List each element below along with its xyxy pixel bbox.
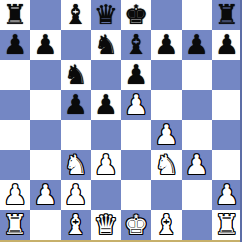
square-c7[interactable] bbox=[61, 30, 91, 60]
piece-white-pawn: ♟ bbox=[154, 121, 178, 148]
piece-black-king: ♚ bbox=[124, 1, 148, 28]
piece-black-queen: ♛ bbox=[94, 1, 118, 28]
square-g8[interactable] bbox=[182, 0, 212, 30]
square-e1[interactable]: ♚ bbox=[121, 210, 151, 240]
piece-white-king: ♚ bbox=[124, 211, 148, 238]
square-g4[interactable] bbox=[182, 120, 212, 150]
piece-black-pawn: ♟ bbox=[124, 61, 148, 88]
square-h8[interactable]: ♜ bbox=[212, 0, 242, 30]
square-d2[interactable] bbox=[91, 180, 121, 210]
piece-white-pawn: ♟ bbox=[3, 181, 27, 208]
square-b4[interactable] bbox=[30, 120, 60, 150]
square-d6[interactable] bbox=[91, 60, 121, 90]
square-c2[interactable]: ♟ bbox=[61, 180, 91, 210]
square-e7[interactable]: ♝ bbox=[121, 30, 151, 60]
piece-white-pawn: ♟ bbox=[124, 91, 148, 118]
square-c8[interactable]: ♝ bbox=[61, 0, 91, 30]
piece-black-pawn: ♟ bbox=[64, 91, 88, 118]
square-c3[interactable]: ♞ bbox=[61, 150, 91, 180]
square-g2[interactable] bbox=[182, 180, 212, 210]
piece-black-bishop: ♝ bbox=[64, 1, 88, 28]
square-h2[interactable]: ♟ bbox=[212, 180, 242, 210]
square-g1[interactable] bbox=[182, 210, 212, 240]
piece-white-queen: ♛ bbox=[94, 211, 118, 238]
square-e6[interactable]: ♟ bbox=[121, 60, 151, 90]
square-d3[interactable]: ♟ bbox=[91, 150, 121, 180]
piece-white-knight: ♞ bbox=[154, 151, 178, 178]
square-d1[interactable]: ♛ bbox=[91, 210, 121, 240]
square-a1[interactable]: ♜ bbox=[0, 210, 30, 240]
square-e4[interactable] bbox=[121, 120, 151, 150]
square-g3[interactable]: ♟ bbox=[182, 150, 212, 180]
square-e2[interactable] bbox=[121, 180, 151, 210]
square-f1[interactable]: ♝ bbox=[151, 210, 181, 240]
square-c4[interactable] bbox=[61, 120, 91, 150]
chess-board-grid: ♜♝♛♚♜♟♟♞♝♟♟♟♞♟♟♟♟♟♞♟♞♟♟♟♟♟♜♝♛♚♝♜ bbox=[0, 0, 242, 240]
piece-black-pawn: ♟ bbox=[33, 31, 57, 58]
square-b7[interactable]: ♟ bbox=[30, 30, 60, 60]
chess-board: ♜♝♛♚♜♟♟♞♝♟♟♟♞♟♟♟♟♟♞♟♞♟♟♟♟♟♜♝♛♚♝♜ bbox=[0, 0, 242, 242]
square-f6[interactable] bbox=[151, 60, 181, 90]
piece-white-rook: ♜ bbox=[215, 211, 239, 238]
square-e5[interactable]: ♟ bbox=[121, 90, 151, 120]
piece-black-knight: ♞ bbox=[64, 61, 88, 88]
piece-white-bishop: ♝ bbox=[64, 211, 88, 238]
piece-black-pawn: ♟ bbox=[3, 31, 27, 58]
square-a4[interactable] bbox=[0, 120, 30, 150]
piece-white-knight: ♞ bbox=[64, 151, 88, 178]
square-g5[interactable] bbox=[182, 90, 212, 120]
square-f4[interactable]: ♟ bbox=[151, 120, 181, 150]
piece-black-pawn: ♟ bbox=[94, 91, 118, 118]
square-f5[interactable] bbox=[151, 90, 181, 120]
square-h3[interactable] bbox=[212, 150, 242, 180]
square-f7[interactable]: ♟ bbox=[151, 30, 181, 60]
square-f3[interactable]: ♞ bbox=[151, 150, 181, 180]
piece-white-pawn: ♟ bbox=[185, 151, 209, 178]
square-h5[interactable] bbox=[212, 90, 242, 120]
board-right-edge bbox=[240, 0, 242, 242]
square-a8[interactable]: ♜ bbox=[0, 0, 30, 30]
piece-black-knight: ♞ bbox=[94, 31, 118, 58]
piece-white-pawn: ♟ bbox=[94, 151, 118, 178]
square-g7[interactable]: ♟ bbox=[182, 30, 212, 60]
square-h7[interactable]: ♟ bbox=[212, 30, 242, 60]
square-a5[interactable] bbox=[0, 90, 30, 120]
piece-white-pawn: ♟ bbox=[64, 181, 88, 208]
square-b3[interactable] bbox=[30, 150, 60, 180]
square-d8[interactable]: ♛ bbox=[91, 0, 121, 30]
square-f8[interactable] bbox=[151, 0, 181, 30]
square-b8[interactable] bbox=[30, 0, 60, 30]
square-a7[interactable]: ♟ bbox=[0, 30, 30, 60]
piece-black-pawn: ♟ bbox=[185, 31, 209, 58]
square-h1[interactable]: ♜ bbox=[212, 210, 242, 240]
piece-black-bishop: ♝ bbox=[124, 31, 148, 58]
square-b6[interactable] bbox=[30, 60, 60, 90]
square-b5[interactable] bbox=[30, 90, 60, 120]
piece-black-rook: ♜ bbox=[215, 1, 239, 28]
square-f2[interactable] bbox=[151, 180, 181, 210]
square-a2[interactable]: ♟ bbox=[0, 180, 30, 210]
square-b2[interactable]: ♟ bbox=[30, 180, 60, 210]
square-c6[interactable]: ♞ bbox=[61, 60, 91, 90]
piece-white-rook: ♜ bbox=[3, 211, 27, 238]
square-c5[interactable]: ♟ bbox=[61, 90, 91, 120]
square-d5[interactable]: ♟ bbox=[91, 90, 121, 120]
square-b1[interactable] bbox=[30, 210, 60, 240]
square-g6[interactable] bbox=[182, 60, 212, 90]
piece-black-pawn: ♟ bbox=[154, 31, 178, 58]
square-h6[interactable] bbox=[212, 60, 242, 90]
square-c1[interactable]: ♝ bbox=[61, 210, 91, 240]
piece-black-rook: ♜ bbox=[3, 1, 27, 28]
square-e8[interactable]: ♚ bbox=[121, 0, 151, 30]
piece-white-pawn: ♟ bbox=[215, 181, 239, 208]
square-a3[interactable] bbox=[0, 150, 30, 180]
piece-white-pawn: ♟ bbox=[33, 181, 57, 208]
piece-black-pawn: ♟ bbox=[215, 31, 239, 58]
piece-white-bishop: ♝ bbox=[154, 211, 178, 238]
square-d7[interactable]: ♞ bbox=[91, 30, 121, 60]
square-d4[interactable] bbox=[91, 120, 121, 150]
square-a6[interactable] bbox=[0, 60, 30, 90]
square-h4[interactable] bbox=[212, 120, 242, 150]
square-e3[interactable] bbox=[121, 150, 151, 180]
